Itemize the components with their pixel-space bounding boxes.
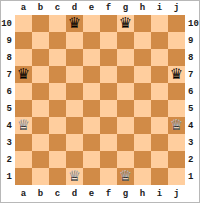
square-j8[interactable]: [168, 49, 185, 66]
rank-label-right-7: 7: [185, 66, 199, 83]
square-c3[interactable]: [49, 134, 66, 151]
square-h3[interactable]: [134, 134, 151, 151]
square-e7[interactable]: [83, 66, 100, 83]
square-a1[interactable]: [15, 168, 32, 185]
square-j5[interactable]: [168, 100, 185, 117]
square-e5[interactable]: [83, 100, 100, 117]
white-queen-icon: ♛♕: [15, 117, 32, 134]
white-queen-outline-glyph: ♕: [66, 168, 83, 185]
square-a7[interactable]: ♛: [15, 66, 32, 83]
square-b8[interactable]: [32, 49, 49, 66]
file-label-bottom-h: h: [134, 185, 151, 202]
rank-label-right-6: 6: [185, 83, 199, 100]
square-e8[interactable]: [83, 49, 100, 66]
square-f7[interactable]: [100, 66, 117, 83]
square-d3[interactable]: [66, 134, 83, 151]
square-f2[interactable]: [100, 151, 117, 168]
black-queen-icon: ♛: [117, 15, 134, 32]
square-g2[interactable]: [117, 151, 134, 168]
corner-bottom-left: [1, 185, 15, 202]
black-queen-icon: ♛: [168, 66, 185, 83]
square-h5[interactable]: [134, 100, 151, 117]
square-j2[interactable]: [168, 151, 185, 168]
file-label-bottom-d: d: [66, 185, 83, 202]
white-queen-icon: ♛♕: [117, 168, 134, 185]
square-a10[interactable]: [15, 15, 32, 32]
square-g5[interactable]: [117, 100, 134, 117]
rank-label-left-4: 4: [1, 117, 15, 134]
square-g3[interactable]: [117, 134, 134, 151]
file-label-top-g: g: [117, 1, 134, 15]
square-a3[interactable]: [15, 134, 32, 151]
square-a8[interactable]: [15, 49, 32, 66]
square-d7[interactable]: [66, 66, 83, 83]
white-queen-outline-glyph: ♕: [117, 168, 134, 185]
white-queen-outline-glyph: ♕: [168, 117, 185, 134]
square-e1[interactable]: [83, 168, 100, 185]
rank-label-left-6: 6: [1, 83, 15, 100]
square-e4[interactable]: [83, 117, 100, 134]
file-label-bottom-f: f: [100, 185, 117, 202]
square-e10[interactable]: [83, 15, 100, 32]
rank-label-right-9: 9: [185, 32, 199, 49]
square-i9[interactable]: [151, 32, 168, 49]
file-label-top-f: f: [100, 1, 117, 15]
square-b2[interactable]: [32, 151, 49, 168]
white-queen-icon: ♛♕: [168, 117, 185, 134]
square-f4[interactable]: [100, 117, 117, 134]
rank-label-right-3: 3: [185, 134, 199, 151]
square-i10[interactable]: [151, 15, 168, 32]
white-queen-icon: ♛♕: [66, 168, 83, 185]
square-c1[interactable]: [49, 168, 66, 185]
square-b3[interactable]: [32, 134, 49, 151]
file-label-top-b: b: [32, 1, 49, 15]
square-h2[interactable]: [134, 151, 151, 168]
square-c8[interactable]: [49, 49, 66, 66]
square-h8[interactable]: [134, 49, 151, 66]
rank-label-left-1: 1: [1, 168, 15, 185]
white-queen-outline-glyph: ♕: [15, 117, 32, 134]
square-a9[interactable]: [15, 32, 32, 49]
square-f8[interactable]: [100, 49, 117, 66]
square-f3[interactable]: [100, 134, 117, 151]
square-c9[interactable]: [49, 32, 66, 49]
square-f6[interactable]: [100, 83, 117, 100]
corner-top-right: [185, 1, 199, 15]
square-g10[interactable]: ♛: [117, 15, 134, 32]
rank-label-left-5: 5: [1, 100, 15, 117]
square-b1[interactable]: [32, 168, 49, 185]
square-h9[interactable]: [134, 32, 151, 49]
black-queen-icon: ♛: [66, 15, 83, 32]
square-h10[interactable]: [134, 15, 151, 32]
square-d9[interactable]: [66, 32, 83, 49]
rank-label-left-7: 7: [1, 66, 15, 83]
square-e6[interactable]: [83, 83, 100, 100]
file-label-top-j: j: [168, 1, 185, 15]
file-label-bottom-c: c: [49, 185, 66, 202]
square-f1[interactable]: [100, 168, 117, 185]
square-j7[interactable]: ♛: [168, 66, 185, 83]
square-g7[interactable]: [117, 66, 134, 83]
rank-label-left-8: 8: [1, 49, 15, 66]
square-i2[interactable]: [151, 151, 168, 168]
file-label-top-e: e: [83, 1, 100, 15]
square-j3[interactable]: [168, 134, 185, 151]
file-label-top-c: c: [49, 1, 66, 15]
corner-bottom-right: [185, 185, 199, 202]
square-i1[interactable]: [151, 168, 168, 185]
square-i4[interactable]: [151, 117, 168, 134]
square-j6[interactable]: [168, 83, 185, 100]
square-c4[interactable]: [49, 117, 66, 134]
rank-label-right-4: 4: [185, 117, 199, 134]
rank-label-left-10: 10: [1, 15, 15, 32]
file-label-top-a: a: [15, 1, 32, 15]
square-d1[interactable]: ♛♕: [66, 168, 83, 185]
rank-label-right-10: 10: [185, 15, 199, 32]
square-e3[interactable]: [83, 134, 100, 151]
rank-label-left-3: 3: [1, 134, 15, 151]
black-queen-glyph: ♛: [117, 15, 134, 32]
chessboard: abcdefghij10♛♛1099887♛♛766554♛♕♛♕433221♛…: [0, 0, 200, 203]
square-a6[interactable]: [15, 83, 32, 100]
rank-label-right-1: 1: [185, 168, 199, 185]
square-a2[interactable]: [15, 151, 32, 168]
square-i7[interactable]: [151, 66, 168, 83]
square-d6[interactable]: [66, 83, 83, 100]
black-queen-glyph: ♛: [168, 66, 185, 83]
file-label-top-i: i: [151, 1, 168, 15]
square-c10[interactable]: [49, 15, 66, 32]
square-b4[interactable]: [32, 117, 49, 134]
square-b5[interactable]: [32, 100, 49, 117]
square-b10[interactable]: [32, 15, 49, 32]
square-d5[interactable]: [66, 100, 83, 117]
square-i8[interactable]: [151, 49, 168, 66]
square-f5[interactable]: [100, 100, 117, 117]
square-j1[interactable]: [168, 168, 185, 185]
square-i6[interactable]: [151, 83, 168, 100]
file-label-bottom-e: e: [83, 185, 100, 202]
square-f10[interactable]: [100, 15, 117, 32]
square-a4[interactable]: ♛♕: [15, 117, 32, 134]
square-e2[interactable]: [83, 151, 100, 168]
file-label-bottom-i: i: [151, 185, 168, 202]
square-d10[interactable]: ♛: [66, 15, 83, 32]
square-i3[interactable]: [151, 134, 168, 151]
file-label-bottom-a: a: [15, 185, 32, 202]
black-queen-glyph: ♛: [66, 15, 83, 32]
square-j10[interactable]: [168, 15, 185, 32]
square-e9[interactable]: [83, 32, 100, 49]
rank-label-left-9: 9: [1, 32, 15, 49]
file-label-bottom-j: j: [168, 185, 185, 202]
square-g8[interactable]: [117, 49, 134, 66]
square-c2[interactable]: [49, 151, 66, 168]
square-c5[interactable]: [49, 100, 66, 117]
file-label-bottom-b: b: [32, 185, 49, 202]
rank-label-right-8: 8: [185, 49, 199, 66]
square-b9[interactable]: [32, 32, 49, 49]
square-b7[interactable]: [32, 66, 49, 83]
square-i5[interactable]: [151, 100, 168, 117]
square-h4[interactable]: [134, 117, 151, 134]
square-d8[interactable]: [66, 49, 83, 66]
corner-top-left: [1, 1, 15, 15]
square-g9[interactable]: [117, 32, 134, 49]
rank-label-right-5: 5: [185, 100, 199, 117]
square-g1[interactable]: ♛♕: [117, 168, 134, 185]
square-d2[interactable]: [66, 151, 83, 168]
square-h7[interactable]: [134, 66, 151, 83]
rank-label-left-2: 2: [1, 151, 15, 168]
square-c7[interactable]: [49, 66, 66, 83]
square-j9[interactable]: [168, 32, 185, 49]
square-j4[interactable]: ♛♕: [168, 117, 185, 134]
square-d4[interactable]: [66, 117, 83, 134]
file-label-top-h: h: [134, 1, 151, 15]
file-label-top-d: d: [66, 1, 83, 15]
square-a5[interactable]: [15, 100, 32, 117]
rank-label-right-2: 2: [185, 151, 199, 168]
square-g4[interactable]: [117, 117, 134, 134]
file-label-bottom-g: g: [117, 185, 134, 202]
black-queen-icon: ♛: [15, 66, 32, 83]
square-c6[interactable]: [49, 83, 66, 100]
black-queen-glyph: ♛: [15, 66, 32, 83]
square-h1[interactable]: [134, 168, 151, 185]
square-h6[interactable]: [134, 83, 151, 100]
square-g6[interactable]: [117, 83, 134, 100]
square-f9[interactable]: [100, 32, 117, 49]
square-b6[interactable]: [32, 83, 49, 100]
